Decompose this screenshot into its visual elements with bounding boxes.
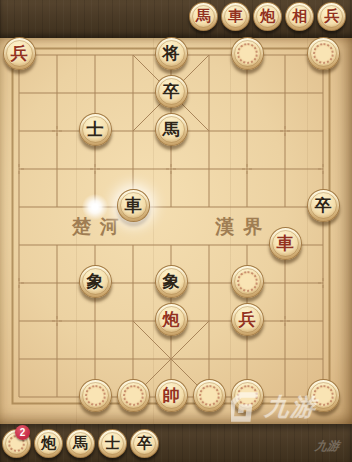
piece-炮: 炮 [253,2,282,31]
piece-卒: 卒 [130,429,159,458]
piece-character: 炮 [41,436,56,451]
piece-character: 卒 [137,436,152,451]
piece-帥[interactable]: 帥 [155,379,188,412]
piece-卒[interactable]: 卒 [155,75,188,108]
piece-character: 兵 [239,311,256,328]
piece-馬: 馬 [189,2,218,31]
piece-character: 車 [277,235,294,252]
piece-将[interactable]: 将 [155,37,188,70]
piece-hidden-face-down[interactable] [79,379,112,412]
captured-hidden-count-badge: 2 [15,425,30,440]
piece-hidden-face-down[interactable] [231,265,264,298]
piece-hidden-face-down[interactable] [117,379,150,412]
piece-卒[interactable]: 卒 [307,189,340,222]
piece-character: 車 [228,9,243,24]
piece-character: 将 [163,45,180,62]
piece-character: 炮 [163,311,180,328]
piece-character: 馬 [163,121,180,138]
piece-character: 兵 [11,45,28,62]
piece-士[interactable]: 士 [79,113,112,146]
piece-character: 兵 [324,9,339,24]
piece-車[interactable]: 車 [269,227,302,260]
piece-character: 卒 [315,197,332,214]
piece-車: 車 [221,2,250,31]
piece-character: 炮 [260,9,275,24]
piece-士: 士 [98,429,127,458]
captured-red-pieces: 馬車炮相兵 [189,2,346,31]
piece-hidden-face-down[interactable] [231,37,264,70]
piece-character: 象 [87,273,104,290]
piece-馬[interactable]: 馬 [155,113,188,146]
piece-hidden-face-down[interactable] [307,379,340,412]
captured-pieces-top-tray: 馬車炮相兵 [0,0,352,38]
piece-character: 馬 [73,436,88,451]
piece-hidden-face-down[interactable] [231,379,264,412]
piece-兵[interactable]: 兵 [3,37,36,70]
piece-兵[interactable]: 兵 [231,303,264,336]
piece-character: 士 [87,121,104,138]
piece-character: 象 [163,273,180,290]
piece-兵: 兵 [317,2,346,31]
piece-hidden-face-down[interactable] [307,37,340,70]
captured-pieces-bottom-tray: 炮馬士卒 2 [0,424,352,462]
board-piece-grid[interactable]: 兵将卒士馬車卒車象象炮兵帥 [0,36,342,416]
piece-character: 卒 [163,83,180,100]
piece-馬: 馬 [66,429,95,458]
piece-character: 帥 [163,387,180,404]
piece-炮[interactable]: 炮 [155,303,188,336]
piece-相: 相 [285,2,314,31]
piece-character: 相 [292,9,307,24]
piece-象[interactable]: 象 [155,265,188,298]
piece-炮: 炮 [34,429,63,458]
piece-character: 士 [105,436,120,451]
piece-象[interactable]: 象 [79,265,112,298]
piece-hidden-face-down[interactable] [193,379,226,412]
piece-character: 馬 [196,9,211,24]
piece-character: 車 [125,197,142,214]
piece-車[interactable]: 車 [117,189,150,222]
